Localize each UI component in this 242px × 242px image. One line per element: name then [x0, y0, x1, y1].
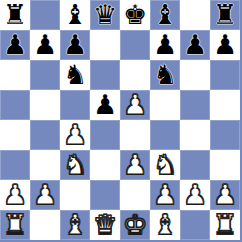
white-pawn[interactable]: ♟: [213, 180, 237, 210]
square-d2[interactable]: [90, 180, 120, 210]
square-c3[interactable]: ♞: [60, 150, 90, 180]
square-d8[interactable]: ♛: [90, 0, 120, 30]
white-pawn[interactable]: ♟: [33, 180, 57, 210]
square-b6[interactable]: [30, 60, 60, 90]
square-h2[interactable]: ♟: [210, 180, 240, 210]
square-c4[interactable]: ♟: [60, 120, 90, 150]
black-pawn[interactable]: ♟: [3, 30, 27, 60]
chess-board-wrap: ♜♝♛♚♝♜♟♟♟♟♟♟♞♞♟♟♟♞♟♞♟♟♟♟♟♜♝♛♚♝♜: [0, 0, 242, 242]
square-d7[interactable]: [90, 30, 120, 60]
white-pawn[interactable]: ♟: [63, 120, 87, 150]
square-g2[interactable]: ♟: [180, 180, 210, 210]
white-pawn[interactable]: ♟: [183, 180, 207, 210]
square-e1[interactable]: ♚: [120, 210, 150, 240]
square-a7[interactable]: ♟: [0, 30, 30, 60]
square-f2[interactable]: ♟: [150, 180, 180, 210]
square-h5[interactable]: [210, 90, 240, 120]
white-pawn[interactable]: ♟: [153, 180, 177, 210]
square-a4[interactable]: [0, 120, 30, 150]
square-d1[interactable]: ♛: [90, 210, 120, 240]
square-g6[interactable]: [180, 60, 210, 90]
square-g7[interactable]: ♟: [180, 30, 210, 60]
white-king[interactable]: ♚: [123, 210, 147, 240]
square-g3[interactable]: [180, 150, 210, 180]
black-pawn[interactable]: ♟: [213, 30, 237, 60]
square-b2[interactable]: ♟: [30, 180, 60, 210]
white-rook[interactable]: ♜: [3, 210, 27, 240]
square-d3[interactable]: [90, 150, 120, 180]
square-h3[interactable]: [210, 150, 240, 180]
square-f1[interactable]: ♝: [150, 210, 180, 240]
square-f5[interactable]: [150, 90, 180, 120]
white-bishop[interactable]: ♝: [63, 210, 87, 240]
black-king[interactable]: ♚: [123, 0, 147, 30]
square-e6[interactable]: [120, 60, 150, 90]
black-bishop[interactable]: ♝: [63, 0, 87, 30]
square-b1[interactable]: [30, 210, 60, 240]
square-b7[interactable]: ♟: [30, 30, 60, 60]
square-c1[interactable]: ♝: [60, 210, 90, 240]
black-knight[interactable]: ♞: [153, 60, 177, 90]
square-h7[interactable]: ♟: [210, 30, 240, 60]
white-pawn[interactable]: ♟: [123, 90, 147, 120]
square-f7[interactable]: ♟: [150, 30, 180, 60]
square-f4[interactable]: [150, 120, 180, 150]
square-f3[interactable]: ♞: [150, 150, 180, 180]
white-queen[interactable]: ♛: [93, 210, 117, 240]
square-c6[interactable]: ♞: [60, 60, 90, 90]
square-e2[interactable]: [120, 180, 150, 210]
square-c5[interactable]: [60, 90, 90, 120]
square-e5[interactable]: ♟: [120, 90, 150, 120]
white-bishop[interactable]: ♝: [153, 210, 177, 240]
white-pawn[interactable]: ♟: [3, 180, 27, 210]
square-h8[interactable]: ♜: [210, 0, 240, 30]
black-knight[interactable]: ♞: [63, 60, 87, 90]
square-e4[interactable]: [120, 120, 150, 150]
square-d5[interactable]: ♟: [90, 90, 120, 120]
square-a2[interactable]: ♟: [0, 180, 30, 210]
white-knight[interactable]: ♞: [153, 150, 177, 180]
square-a5[interactable]: [0, 90, 30, 120]
square-g1[interactable]: [180, 210, 210, 240]
black-pawn[interactable]: ♟: [183, 30, 207, 60]
square-h6[interactable]: [210, 60, 240, 90]
square-f6[interactable]: ♞: [150, 60, 180, 90]
square-h4[interactable]: [210, 120, 240, 150]
square-e3[interactable]: ♟: [120, 150, 150, 180]
square-e7[interactable]: [120, 30, 150, 60]
black-rook[interactable]: ♜: [213, 0, 237, 30]
square-b4[interactable]: [30, 120, 60, 150]
black-rook[interactable]: ♜: [3, 0, 27, 30]
square-b3[interactable]: [30, 150, 60, 180]
square-h1[interactable]: ♜: [210, 210, 240, 240]
square-a3[interactable]: [0, 150, 30, 180]
square-g8[interactable]: [180, 0, 210, 30]
square-e8[interactable]: ♚: [120, 0, 150, 30]
black-pawn[interactable]: ♟: [93, 90, 117, 120]
white-rook[interactable]: ♜: [213, 210, 237, 240]
black-pawn[interactable]: ♟: [153, 30, 177, 60]
black-pawn[interactable]: ♟: [33, 30, 57, 60]
black-pawn[interactable]: ♟: [63, 30, 87, 60]
white-knight[interactable]: ♞: [63, 150, 87, 180]
square-a8[interactable]: ♜: [0, 0, 30, 30]
black-bishop[interactable]: ♝: [153, 0, 177, 30]
square-d6[interactable]: [90, 60, 120, 90]
square-c2[interactable]: [60, 180, 90, 210]
black-queen[interactable]: ♛: [93, 0, 117, 30]
square-a1[interactable]: ♜: [0, 210, 30, 240]
square-g4[interactable]: [180, 120, 210, 150]
square-d4[interactable]: [90, 120, 120, 150]
square-c7[interactable]: ♟: [60, 30, 90, 60]
chess-board[interactable]: ♜♝♛♚♝♜♟♟♟♟♟♟♞♞♟♟♟♞♟♞♟♟♟♟♟♜♝♛♚♝♜: [0, 0, 242, 242]
square-b8[interactable]: [30, 0, 60, 30]
square-f8[interactable]: ♝: [150, 0, 180, 30]
square-c8[interactable]: ♝: [60, 0, 90, 30]
square-g5[interactable]: [180, 90, 210, 120]
white-pawn[interactable]: ♟: [123, 150, 147, 180]
square-a6[interactable]: [0, 60, 30, 90]
square-b5[interactable]: [30, 90, 60, 120]
